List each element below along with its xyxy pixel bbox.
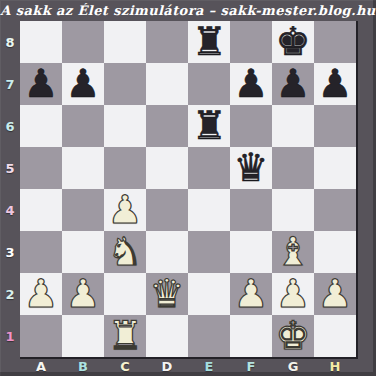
square-f8	[230, 21, 272, 63]
square-a7: ♟	[20, 63, 62, 105]
square-c1: ♜	[104, 315, 146, 357]
square-d4	[146, 189, 188, 231]
square-d3	[146, 231, 188, 273]
square-e3	[188, 231, 230, 273]
square-d7	[146, 63, 188, 105]
square-b8	[62, 21, 104, 63]
piece-black-king: ♚	[276, 22, 311, 61]
piece-black-rook: ♜	[192, 106, 227, 145]
square-f4	[230, 189, 272, 231]
board: ♜♚♟♟♟♟♟♜♛♟♞♝♟♟♛♟♟♟♜♚	[20, 21, 358, 359]
piece-white-pawn: ♟	[108, 190, 143, 229]
square-f3	[230, 231, 272, 273]
square-b7: ♟	[62, 63, 104, 105]
square-g5	[272, 147, 314, 189]
rank-label-7: 7	[0, 63, 20, 105]
file-label-h: H	[314, 359, 356, 374]
square-e5	[188, 147, 230, 189]
file-label-d: D	[146, 359, 188, 374]
square-c7	[104, 63, 146, 105]
square-c6	[104, 105, 146, 147]
page-title: A sakk az Élet szimulátora – sakk-mester…	[0, 0, 376, 21]
square-g8: ♚	[272, 21, 314, 63]
square-h6	[314, 105, 356, 147]
file-label-c: C	[104, 359, 146, 374]
rank-labels: 87654321	[0, 21, 20, 357]
square-a4	[20, 189, 62, 231]
piece-white-pawn: ♟	[234, 274, 269, 313]
square-d1	[146, 315, 188, 357]
square-a3	[20, 231, 62, 273]
square-h4	[314, 189, 356, 231]
file-labels: ABCDEFGH	[20, 357, 356, 375]
piece-white-bishop: ♝	[276, 232, 311, 271]
piece-white-pawn: ♟	[66, 274, 101, 313]
square-e8: ♜	[188, 21, 230, 63]
square-b4	[62, 189, 104, 231]
rank-label-5: 5	[0, 147, 20, 189]
square-f2: ♟	[230, 273, 272, 315]
square-a2: ♟	[20, 273, 62, 315]
rank-label-2: 2	[0, 273, 20, 315]
piece-black-pawn: ♟	[276, 64, 311, 103]
square-d8	[146, 21, 188, 63]
square-d2: ♛	[146, 273, 188, 315]
square-b1	[62, 315, 104, 357]
piece-white-queen: ♛	[150, 274, 185, 313]
square-e7	[188, 63, 230, 105]
square-c5	[104, 147, 146, 189]
square-h2: ♟	[314, 273, 356, 315]
piece-white-king: ♚	[276, 316, 311, 355]
rank-label-1: 1	[0, 315, 20, 357]
square-f7: ♟	[230, 63, 272, 105]
piece-white-pawn: ♟	[24, 274, 59, 313]
square-a8	[20, 21, 62, 63]
square-c8	[104, 21, 146, 63]
chess-diagram-window: A sakk az Élet szimulátora – sakk-mester…	[0, 0, 376, 376]
square-b2: ♟	[62, 273, 104, 315]
file-label-a: A	[20, 359, 62, 374]
square-d6	[146, 105, 188, 147]
square-b3	[62, 231, 104, 273]
square-g2: ♟	[272, 273, 314, 315]
square-a5	[20, 147, 62, 189]
square-d5	[146, 147, 188, 189]
square-c3: ♞	[104, 231, 146, 273]
square-h8	[314, 21, 356, 63]
square-e1	[188, 315, 230, 357]
square-a1	[20, 315, 62, 357]
file-label-e: E	[188, 359, 230, 374]
file-label-g: G	[272, 359, 314, 374]
file-label-f: F	[230, 359, 272, 374]
square-h5	[314, 147, 356, 189]
square-f5: ♛	[230, 147, 272, 189]
square-c2	[104, 273, 146, 315]
square-b6	[62, 105, 104, 147]
square-g6	[272, 105, 314, 147]
rank-label-3: 3	[0, 231, 20, 273]
square-f6	[230, 105, 272, 147]
piece-black-rook: ♜	[192, 22, 227, 61]
square-a6	[20, 105, 62, 147]
square-h1	[314, 315, 356, 357]
rank-label-8: 8	[0, 21, 20, 63]
square-h7: ♟	[314, 63, 356, 105]
piece-white-pawn: ♟	[276, 274, 311, 313]
piece-white-knight: ♞	[108, 232, 143, 271]
piece-black-pawn: ♟	[24, 64, 59, 103]
piece-black-pawn: ♟	[234, 64, 269, 103]
rank-label-4: 4	[0, 189, 20, 231]
square-e2	[188, 273, 230, 315]
square-h3	[314, 231, 356, 273]
piece-black-pawn: ♟	[318, 64, 353, 103]
file-label-b: B	[62, 359, 104, 374]
square-g3: ♝	[272, 231, 314, 273]
square-b5	[62, 147, 104, 189]
square-f1	[230, 315, 272, 357]
square-c4: ♟	[104, 189, 146, 231]
rank-label-6: 6	[0, 105, 20, 147]
square-g4	[272, 189, 314, 231]
piece-white-pawn: ♟	[318, 274, 353, 313]
piece-black-queen: ♛	[234, 148, 269, 187]
square-g1: ♚	[272, 315, 314, 357]
piece-white-rook: ♜	[108, 316, 143, 355]
square-e4	[188, 189, 230, 231]
piece-black-pawn: ♟	[66, 64, 101, 103]
square-e6: ♜	[188, 105, 230, 147]
square-g7: ♟	[272, 63, 314, 105]
